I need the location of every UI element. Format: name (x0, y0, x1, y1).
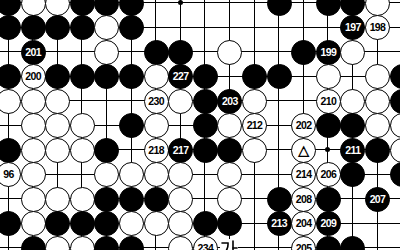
black-stone (94, 187, 119, 212)
black-stone (144, 40, 169, 65)
black-stone (316, 236, 341, 250)
black-stone (70, 0, 95, 16)
white-stone (45, 0, 70, 16)
black-stone-227: 227 (168, 64, 193, 89)
white-stone (144, 64, 169, 89)
black-stone (0, 15, 21, 40)
white-stone (21, 0, 46, 16)
black-stone (45, 15, 70, 40)
move-number: 205 (296, 243, 312, 250)
white-stone-198: 198 (365, 15, 390, 40)
white-stone (217, 40, 242, 65)
move-number: 206 (320, 169, 336, 180)
white-stone-triangle-marked: △ (291, 138, 316, 163)
black-stone (193, 211, 218, 236)
black-stone (193, 64, 218, 89)
white-stone (45, 89, 70, 114)
black-stone (70, 211, 95, 236)
black-stone (193, 89, 218, 114)
move-number: 202 (296, 120, 312, 131)
black-stone (168, 40, 193, 65)
white-stone (144, 113, 169, 138)
white-stone (45, 138, 70, 163)
white-stone (144, 162, 169, 187)
white-stone (217, 162, 242, 187)
black-stone (267, 187, 292, 212)
black-stone (119, 64, 144, 89)
white-stone-214: 214 (291, 162, 316, 187)
black-stone (119, 236, 144, 250)
white-stone (21, 162, 46, 187)
black-stone (291, 40, 316, 65)
black-stone (94, 64, 119, 89)
black-stone (0, 64, 21, 89)
move-number: 199 (320, 47, 336, 58)
move-number: 211 (345, 145, 360, 156)
black-stone-211: 211 (340, 138, 365, 163)
black-stone (119, 113, 144, 138)
white-stone (45, 113, 70, 138)
black-stone (340, 162, 365, 187)
hoshi-point (325, 147, 330, 152)
white-stone-206: 206 (316, 162, 341, 187)
white-stone (0, 89, 21, 114)
white-stone-218: 218 (144, 138, 169, 163)
white-stone (316, 64, 341, 89)
white-stone (144, 211, 169, 236)
black-stone (94, 0, 119, 16)
black-stone (119, 15, 144, 40)
black-stone-199: 199 (316, 40, 341, 65)
white-stone (21, 138, 46, 163)
black-stone (94, 211, 119, 236)
black-stone-203: 203 (217, 89, 242, 114)
black-stone (390, 89, 400, 114)
point-label-ga (220, 239, 238, 250)
white-stone (21, 187, 46, 212)
white-stone (119, 211, 144, 236)
move-number: 214 (296, 169, 312, 180)
black-stone (193, 113, 218, 138)
white-stone (70, 187, 95, 212)
move-number: 213 (271, 218, 287, 229)
white-stone-96: 96 (0, 162, 21, 187)
black-stone (340, 0, 365, 16)
hoshi-point (178, 0, 183, 5)
white-stone (365, 0, 390, 16)
black-stone (316, 0, 341, 16)
white-stone (45, 236, 70, 250)
black-stone (144, 187, 169, 212)
black-stone (390, 162, 400, 187)
black-stone (94, 236, 119, 250)
white-stone-204: 204 (291, 211, 316, 236)
white-stone (21, 113, 46, 138)
move-number: 234 (197, 243, 213, 250)
move-number: 204 (296, 218, 312, 229)
black-stone (217, 211, 242, 236)
white-stone (217, 113, 242, 138)
white-stone-234: 234 (193, 236, 218, 250)
black-stone (267, 64, 292, 89)
black-stone (390, 64, 400, 89)
move-number: 96 (3, 169, 13, 180)
black-stone-207: 207 (365, 187, 390, 212)
white-stone (365, 113, 390, 138)
black-stone-209: 209 (316, 211, 341, 236)
move-number: 210 (320, 96, 336, 107)
white-stone-210: 210 (316, 89, 341, 114)
white-stone-212: 212 (242, 113, 267, 138)
white-stone (168, 89, 193, 114)
white-stone (119, 162, 144, 187)
white-stone (168, 211, 193, 236)
black-stone (340, 236, 365, 250)
white-stone-205: 205 (291, 236, 316, 250)
black-stone (94, 138, 119, 163)
white-stone (390, 113, 400, 138)
white-stone (70, 138, 95, 163)
black-stone-217: 217 (168, 138, 193, 163)
black-stone (340, 113, 365, 138)
white-stone-200: 200 (21, 64, 46, 89)
move-number: 209 (320, 218, 336, 229)
black-stone (119, 0, 144, 16)
white-stone (340, 89, 365, 114)
white-stone (365, 89, 390, 114)
black-stone (70, 64, 95, 89)
white-stone (70, 236, 95, 250)
white-stone (242, 138, 267, 163)
move-number: 217 (173, 145, 189, 156)
move-number: 227 (173, 71, 189, 82)
black-stone (21, 236, 46, 250)
move-number: 230 (148, 96, 164, 107)
white-stone (21, 89, 46, 114)
white-stone (21, 211, 46, 236)
move-number: 200 (25, 71, 41, 82)
black-stone (316, 113, 341, 138)
black-stone (267, 0, 292, 16)
move-number: 218 (148, 145, 164, 156)
white-stone (94, 40, 119, 65)
go-diagram: 197198201199200227230203210212202218217△… (0, 0, 400, 250)
triangle-mark-icon: △ (298, 143, 309, 157)
black-stone (45, 64, 70, 89)
move-number: 212 (247, 120, 263, 131)
move-number: 198 (370, 22, 386, 33)
black-stone (0, 0, 21, 16)
white-stone (340, 40, 365, 65)
move-number: 201 (25, 47, 41, 58)
black-stone (316, 187, 341, 212)
black-stone (21, 15, 46, 40)
white-stone (94, 15, 119, 40)
white-stone-208: 208 (291, 187, 316, 212)
white-stone-202: 202 (291, 113, 316, 138)
go-board: 197198201199200227230203210212202218217△… (0, 0, 400, 250)
black-stone (365, 138, 390, 163)
white-stone (168, 236, 193, 250)
white-stone (168, 187, 193, 212)
white-stone (70, 113, 95, 138)
white-stone (94, 162, 119, 187)
move-number: 203 (222, 96, 238, 107)
white-stone (390, 138, 400, 163)
white-stone (45, 187, 70, 212)
black-stone-201: 201 (21, 40, 46, 65)
black-stone (193, 138, 218, 163)
black-stone-213: 213 (267, 211, 292, 236)
white-stone (168, 162, 193, 187)
white-stone (365, 64, 390, 89)
white-stone-230: 230 (144, 89, 169, 114)
black-stone (70, 15, 95, 40)
move-number: 207 (370, 194, 386, 205)
black-stone (45, 211, 70, 236)
move-number: 208 (296, 194, 312, 205)
black-stone (217, 138, 242, 163)
black-stone (119, 187, 144, 212)
black-stone (242, 64, 267, 89)
move-number: 197 (345, 22, 361, 33)
black-stone (0, 138, 21, 163)
black-stone-197: 197 (340, 15, 365, 40)
white-stone (217, 187, 242, 212)
white-stone (242, 89, 267, 114)
black-stone (0, 211, 21, 236)
